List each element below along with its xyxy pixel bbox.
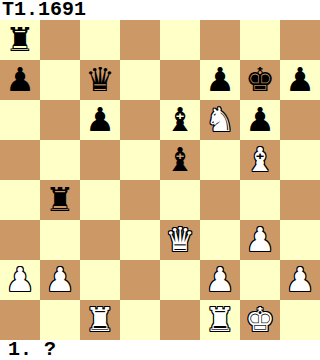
square-f2[interactable]: ♟: [200, 260, 240, 300]
square-c4[interactable]: [80, 180, 120, 220]
tactics-trainer-window: T1.1691 ♜♟♛♟♚♟♟♝♞♟♝♝♜♛♟♟♟♟♟♜♜♚ 1. ?: [0, 0, 320, 360]
piece-white-knight: ♞: [205, 100, 235, 140]
piece-black-king: ♚: [245, 60, 275, 100]
square-g4[interactable]: [240, 180, 280, 220]
square-d7[interactable]: [120, 60, 160, 100]
square-f4[interactable]: [200, 180, 240, 220]
square-b5[interactable]: [40, 140, 80, 180]
square-b3[interactable]: [40, 220, 80, 260]
piece-white-pawn: ♟: [45, 260, 75, 300]
square-d8[interactable]: [120, 20, 160, 60]
piece-black-pawn: ♟: [5, 60, 35, 100]
square-e2[interactable]: [160, 260, 200, 300]
square-d5[interactable]: [120, 140, 160, 180]
square-c8[interactable]: [80, 20, 120, 60]
move-prompt: 1. ?: [0, 340, 320, 360]
piece-black-pawn: ♟: [85, 100, 115, 140]
square-a5[interactable]: [0, 140, 40, 180]
square-g5[interactable]: ♝: [240, 140, 280, 180]
square-g8[interactable]: [240, 20, 280, 60]
square-d1[interactable]: [120, 300, 160, 340]
square-b6[interactable]: [40, 100, 80, 140]
square-a2[interactable]: ♟: [0, 260, 40, 300]
piece-white-rook: ♜: [205, 300, 235, 340]
piece-white-pawn: ♟: [245, 220, 275, 260]
piece-white-pawn: ♟: [205, 260, 235, 300]
piece-white-pawn: ♟: [285, 260, 315, 300]
piece-black-pawn: ♟: [285, 60, 315, 100]
square-a4[interactable]: [0, 180, 40, 220]
square-g1[interactable]: ♚: [240, 300, 280, 340]
square-g2[interactable]: [240, 260, 280, 300]
square-h5[interactable]: [280, 140, 320, 180]
square-e7[interactable]: [160, 60, 200, 100]
square-c1[interactable]: ♜: [80, 300, 120, 340]
square-h6[interactable]: [280, 100, 320, 140]
square-c5[interactable]: [80, 140, 120, 180]
square-c3[interactable]: [80, 220, 120, 260]
piece-black-pawn: ♟: [245, 100, 275, 140]
square-h2[interactable]: ♟: [280, 260, 320, 300]
square-f5[interactable]: [200, 140, 240, 180]
square-c6[interactable]: ♟: [80, 100, 120, 140]
square-f3[interactable]: [200, 220, 240, 260]
piece-white-queen: ♛: [165, 220, 195, 260]
square-b7[interactable]: [40, 60, 80, 100]
square-d4[interactable]: [120, 180, 160, 220]
square-h1[interactable]: [280, 300, 320, 340]
square-b8[interactable]: [40, 20, 80, 60]
piece-black-bishop: ♝: [165, 100, 195, 140]
square-h7[interactable]: ♟: [280, 60, 320, 100]
square-b2[interactable]: ♟: [40, 260, 80, 300]
square-h8[interactable]: [280, 20, 320, 60]
square-g6[interactable]: ♟: [240, 100, 280, 140]
square-h3[interactable]: [280, 220, 320, 260]
square-c2[interactable]: [80, 260, 120, 300]
square-c7[interactable]: ♛: [80, 60, 120, 100]
square-a6[interactable]: [0, 100, 40, 140]
square-b1[interactable]: [40, 300, 80, 340]
square-f6[interactable]: ♞: [200, 100, 240, 140]
piece-black-queen: ♛: [85, 60, 115, 100]
square-e5[interactable]: ♝: [160, 140, 200, 180]
piece-white-pawn: ♟: [5, 260, 35, 300]
square-e8[interactable]: [160, 20, 200, 60]
square-f8[interactable]: [200, 20, 240, 60]
square-a1[interactable]: [0, 300, 40, 340]
square-e1[interactable]: [160, 300, 200, 340]
chess-board: ♜♟♛♟♚♟♟♝♞♟♝♝♜♛♟♟♟♟♟♜♜♚: [0, 20, 320, 340]
piece-white-rook: ♜: [85, 300, 115, 340]
puzzle-id-label: T1.1691: [0, 0, 320, 20]
square-g7[interactable]: ♚: [240, 60, 280, 100]
square-b4[interactable]: ♜: [40, 180, 80, 220]
piece-white-bishop: ♝: [245, 140, 275, 180]
piece-white-king: ♚: [245, 300, 275, 340]
square-a8[interactable]: ♜: [0, 20, 40, 60]
piece-black-pawn: ♟: [205, 60, 235, 100]
piece-black-rook: ♜: [45, 180, 75, 220]
square-d6[interactable]: [120, 100, 160, 140]
square-d3[interactable]: [120, 220, 160, 260]
square-d2[interactable]: [120, 260, 160, 300]
square-g3[interactable]: ♟: [240, 220, 280, 260]
piece-black-rook: ♜: [5, 20, 35, 60]
square-a7[interactable]: ♟: [0, 60, 40, 100]
piece-black-bishop: ♝: [165, 140, 195, 180]
square-e6[interactable]: ♝: [160, 100, 200, 140]
square-e4[interactable]: [160, 180, 200, 220]
square-e3[interactable]: ♛: [160, 220, 200, 260]
square-f1[interactable]: ♜: [200, 300, 240, 340]
square-f7[interactable]: ♟: [200, 60, 240, 100]
square-h4[interactable]: [280, 180, 320, 220]
square-a3[interactable]: [0, 220, 40, 260]
